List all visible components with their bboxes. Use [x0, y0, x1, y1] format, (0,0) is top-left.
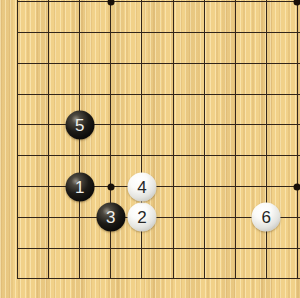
star-point-k10: [294, 0, 300, 5]
stone-white-e4[interactable]: 4: [127, 172, 156, 201]
grid-horizontal-line: [17, 124, 300, 125]
grid-vertical-line: [17, 0, 18, 279]
stone-black-d3[interactable]: 3: [96, 203, 125, 232]
grid-horizontal-line: [17, 1, 300, 2]
stone-white-j3[interactable]: 6: [252, 203, 281, 232]
grid-vertical-line: [141, 0, 142, 279]
grid-horizontal-line: [17, 94, 300, 95]
stone-move-number: 2: [137, 209, 146, 226]
grid-vertical-line: [110, 0, 111, 279]
grid-horizontal-line: [17, 155, 300, 156]
star-point-d4: [107, 183, 114, 190]
grid-horizontal-line: [17, 186, 300, 187]
stone-move-number: 5: [75, 116, 84, 133]
go-board[interactable]: 123456: [0, 0, 300, 298]
grid-horizontal-line: [17, 278, 300, 279]
star-point-d10: [107, 0, 114, 5]
grid-vertical-line: [235, 0, 236, 279]
grid-horizontal-line: [17, 32, 300, 33]
star-point-k4: [294, 183, 300, 190]
grid-horizontal-line: [17, 248, 300, 249]
grid-vertical-line: [79, 0, 80, 279]
grid-vertical-line: [297, 0, 298, 279]
stone-move-number: 6: [262, 209, 271, 226]
go-board-surface[interactable]: 123456: [0, 0, 300, 298]
stone-move-number: 4: [137, 178, 146, 195]
stone-black-c6[interactable]: 5: [65, 110, 94, 139]
stone-move-number: 3: [106, 209, 115, 226]
grid-vertical-line: [173, 0, 174, 279]
stone-white-e3[interactable]: 2: [127, 203, 156, 232]
grid-vertical-line: [48, 0, 49, 279]
grid-vertical-line: [266, 0, 267, 279]
grid-horizontal-line: [17, 63, 300, 64]
stone-black-c4[interactable]: 1: [65, 172, 94, 201]
grid-vertical-line: [204, 0, 205, 279]
stone-move-number: 1: [75, 178, 84, 195]
